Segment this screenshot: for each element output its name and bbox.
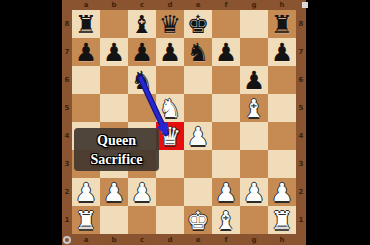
square-g6[interactable]: ♟ [240, 66, 268, 94]
square-h7[interactable]: ♟ [268, 38, 296, 66]
black-pawn[interactable]: ♟ [268, 38, 296, 66]
square-e2[interactable] [184, 178, 212, 206]
square-f1[interactable]: ♝ [212, 206, 240, 234]
coordinate-label: 4 [296, 122, 306, 150]
coordinate-label: 2 [296, 178, 306, 206]
coordinate-label: 1 [296, 206, 306, 234]
rank-labels-left: 87654321 [62, 10, 72, 234]
square-h3[interactable] [268, 150, 296, 178]
board-squares: ♜♝♛♚♜♟♟♟♟♞♟♟♞♟♞♝♛♟♟♟♟♟♟♟♜♚♝♜ [72, 10, 296, 234]
coordinate-label: 8 [296, 10, 306, 38]
black-queen[interactable]: ♛ [156, 10, 184, 38]
corner-marker [302, 2, 308, 8]
coordinate-label: 7 [296, 38, 306, 66]
coordinate-label: g [240, 1, 268, 10]
square-d8[interactable]: ♛ [156, 10, 184, 38]
square-h4[interactable] [268, 122, 296, 150]
white-pawn[interactable]: ♟ [212, 178, 240, 206]
square-g1[interactable] [240, 206, 268, 234]
square-g4[interactable] [240, 122, 268, 150]
black-rook[interactable]: ♜ [268, 10, 296, 38]
coordinate-label: 3 [296, 150, 306, 178]
square-f5[interactable] [212, 94, 240, 122]
white-pawn[interactable]: ♟ [128, 178, 156, 206]
square-a8[interactable]: ♜ [72, 10, 100, 38]
white-bishop[interactable]: ♝ [212, 206, 240, 234]
coordinate-label: g [240, 236, 268, 245]
square-g8[interactable] [240, 10, 268, 38]
square-c8[interactable]: ♝ [128, 10, 156, 38]
rank-labels-right: 87654321 [296, 10, 306, 234]
coordinate-label: c [128, 1, 156, 10]
queen-sacrifice-label: Queen Sacrifice [74, 128, 159, 171]
square-b1[interactable] [100, 206, 128, 234]
coordinate-label: e [184, 236, 212, 245]
black-knight[interactable]: ♞ [184, 38, 212, 66]
label-line-1: Queen [97, 131, 136, 150]
file-labels-bottom: abcdefgh [72, 236, 296, 245]
square-h8[interactable]: ♜ [268, 10, 296, 38]
black-rook[interactable]: ♜ [72, 10, 100, 38]
coordinate-label: 4 [62, 122, 72, 150]
square-c7[interactable]: ♟ [128, 38, 156, 66]
white-pawn[interactable]: ♟ [72, 178, 100, 206]
white-bishop[interactable]: ♝ [240, 94, 268, 122]
coordinate-label: h [268, 1, 296, 10]
square-b2[interactable]: ♟ [100, 178, 128, 206]
square-d7[interactable]: ♟ [156, 38, 184, 66]
square-e1[interactable]: ♚ [184, 206, 212, 234]
square-e4[interactable]: ♟ [184, 122, 212, 150]
coordinate-label: h [268, 236, 296, 245]
square-f4[interactable] [212, 122, 240, 150]
white-pawn[interactable]: ♟ [240, 178, 268, 206]
square-h6[interactable] [268, 66, 296, 94]
black-pawn[interactable]: ♟ [128, 38, 156, 66]
square-g5[interactable]: ♝ [240, 94, 268, 122]
black-bishop[interactable]: ♝ [128, 10, 156, 38]
black-pawn[interactable]: ♟ [100, 38, 128, 66]
square-d5[interactable]: ♞ [156, 94, 184, 122]
square-b5[interactable] [100, 94, 128, 122]
coordinate-label: a [72, 236, 100, 245]
square-b7[interactable]: ♟ [100, 38, 128, 66]
coordinate-label: d [156, 236, 184, 245]
square-g3[interactable] [240, 150, 268, 178]
square-e5[interactable] [184, 94, 212, 122]
square-a7[interactable]: ♟ [72, 38, 100, 66]
square-f8[interactable] [212, 10, 240, 38]
white-king[interactable]: ♚ [184, 206, 212, 234]
black-pawn[interactable]: ♟ [156, 38, 184, 66]
video-frame: abcdefgh abcdefgh 87654321 87654321 ♜♝♛♚… [0, 0, 370, 245]
square-c1[interactable] [128, 206, 156, 234]
white-rook[interactable]: ♜ [268, 206, 296, 234]
square-h5[interactable] [268, 94, 296, 122]
square-c5[interactable] [128, 94, 156, 122]
coordinate-label: b [100, 236, 128, 245]
chess-board: abcdefgh abcdefgh 87654321 87654321 ♜♝♛♚… [62, 0, 306, 245]
square-g7[interactable] [240, 38, 268, 66]
square-b6[interactable] [100, 66, 128, 94]
black-king[interactable]: ♚ [184, 10, 212, 38]
square-e7[interactable]: ♞ [184, 38, 212, 66]
white-queen[interactable]: ♛ [156, 122, 184, 150]
square-a6[interactable] [72, 66, 100, 94]
square-e3[interactable] [184, 150, 212, 178]
file-labels-top: abcdefgh [72, 1, 296, 10]
black-pawn[interactable]: ♟ [212, 38, 240, 66]
square-d4[interactable]: ♛ [156, 122, 184, 150]
square-h2[interactable]: ♟ [268, 178, 296, 206]
square-f3[interactable] [212, 150, 240, 178]
square-a2[interactable]: ♟ [72, 178, 100, 206]
square-f2[interactable]: ♟ [212, 178, 240, 206]
coordinate-label: c [128, 236, 156, 245]
square-g2[interactable]: ♟ [240, 178, 268, 206]
square-b8[interactable] [100, 10, 128, 38]
coordinate-label: f [212, 1, 240, 10]
square-a5[interactable] [72, 94, 100, 122]
coordinate-label: 6 [62, 66, 72, 94]
coordinate-label: 6 [296, 66, 306, 94]
label-line-2: Sacrifice [90, 150, 142, 169]
square-e8[interactable]: ♚ [184, 10, 212, 38]
black-knight[interactable]: ♞ [128, 66, 156, 94]
coordinate-label: 5 [296, 94, 306, 122]
square-d6[interactable] [156, 66, 184, 94]
square-c2[interactable]: ♟ [128, 178, 156, 206]
coordinate-label: 7 [62, 38, 72, 66]
square-d3[interactable] [156, 150, 184, 178]
coordinate-label: 1 [62, 206, 72, 234]
black-pawn[interactable]: ♟ [240, 66, 268, 94]
square-c6[interactable]: ♞ [128, 66, 156, 94]
coordinate-label: 5 [62, 94, 72, 122]
square-e6[interactable] [184, 66, 212, 94]
square-f6[interactable] [212, 66, 240, 94]
white-rook[interactable]: ♜ [72, 206, 100, 234]
square-f7[interactable]: ♟ [212, 38, 240, 66]
coordinate-label: 2 [62, 178, 72, 206]
square-h1[interactable]: ♜ [268, 206, 296, 234]
coordinate-label: b [100, 1, 128, 10]
black-pawn[interactable]: ♟ [72, 38, 100, 66]
gear-icon [63, 236, 71, 244]
white-knight[interactable]: ♞ [156, 94, 184, 122]
square-d1[interactable] [156, 206, 184, 234]
coordinate-label: 8 [62, 10, 72, 38]
white-pawn[interactable]: ♟ [184, 122, 212, 150]
coordinate-label: f [212, 236, 240, 245]
white-pawn[interactable]: ♟ [100, 178, 128, 206]
coordinate-label: 3 [62, 150, 72, 178]
square-a1[interactable]: ♜ [72, 206, 100, 234]
coordinate-label: a [72, 1, 100, 10]
white-pawn[interactable]: ♟ [268, 178, 296, 206]
coordinate-label: e [184, 1, 212, 10]
coordinate-label: d [156, 1, 184, 10]
square-d2[interactable] [156, 178, 184, 206]
